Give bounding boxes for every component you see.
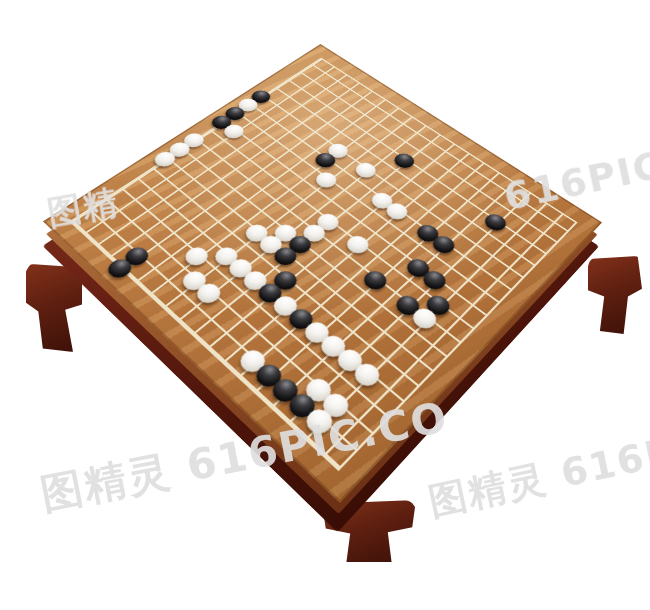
stone-white	[343, 233, 373, 257]
stone-white	[301, 374, 336, 406]
stone-black	[285, 233, 315, 257]
stone-black	[121, 244, 153, 269]
stone-white	[300, 318, 333, 347]
stone-white	[313, 211, 343, 234]
stone-white	[239, 268, 271, 294]
stone-black	[419, 267, 450, 293]
stone-white	[352, 160, 380, 181]
stone-white	[211, 244, 242, 269]
stone-black	[413, 222, 443, 245]
stone-black	[251, 360, 286, 391]
photo-scene: 图精灵 616PIC.CO 图精灵 616PIC.C 616PIC.C 图精	[0, 0, 650, 610]
stone-black	[104, 256, 136, 282]
stone-white	[333, 345, 367, 375]
stone-black	[422, 292, 454, 319]
stone-black	[270, 244, 301, 269]
stones-layer	[69, 58, 578, 472]
stone-white	[225, 256, 256, 282]
stone-black	[268, 375, 303, 407]
stone-black	[391, 151, 418, 171]
stone-black	[254, 280, 286, 307]
stone-black	[360, 267, 391, 293]
stone-black	[481, 211, 510, 234]
stone-black	[285, 305, 318, 333]
stone-white	[181, 244, 212, 269]
stone-white	[256, 233, 287, 257]
stone-white	[178, 268, 210, 294]
stone-white	[299, 221, 329, 245]
stand-right-leg	[588, 256, 642, 334]
stone-white	[242, 221, 272, 245]
stone-white	[312, 169, 340, 190]
stone-white	[350, 359, 384, 390]
stone-white	[193, 280, 225, 307]
stone-white	[317, 332, 350, 361]
stone-white	[270, 221, 300, 245]
stone-white	[409, 305, 441, 333]
stone-black	[429, 233, 459, 257]
stone-black	[270, 268, 302, 294]
watermark: 图精灵 616PIC.C	[424, 407, 650, 528]
stone-white	[269, 292, 301, 319]
stone-black	[392, 292, 424, 319]
stone-white	[236, 346, 270, 376]
stone-black	[403, 256, 434, 281]
